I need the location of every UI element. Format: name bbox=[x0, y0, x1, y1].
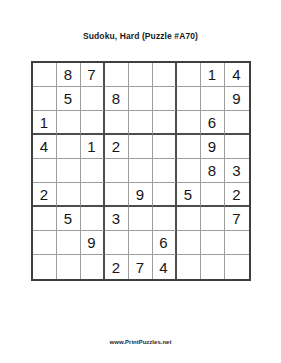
sudoku-cell-empty[interactable] bbox=[129, 231, 153, 255]
sudoku-cell-empty[interactable] bbox=[129, 87, 153, 111]
sudoku-cell-given[interactable]: 2 bbox=[225, 183, 249, 207]
sudoku-cell-given[interactable]: 3 bbox=[225, 159, 249, 183]
sudoku-cell-empty[interactable] bbox=[177, 111, 201, 135]
sudoku-cell-empty[interactable] bbox=[225, 111, 249, 135]
sudoku-cell-empty[interactable] bbox=[57, 159, 81, 183]
sudoku-cell-given[interactable]: 8 bbox=[57, 63, 81, 87]
sudoku-board-container: 871458916412983295253796274 bbox=[31, 61, 251, 281]
sudoku-cell-empty[interactable] bbox=[177, 87, 201, 111]
sudoku-cell-empty[interactable] bbox=[33, 63, 57, 87]
sudoku-cell-given[interactable]: 4 bbox=[33, 135, 57, 159]
sudoku-cell-empty[interactable] bbox=[81, 207, 105, 231]
sudoku-cell-empty[interactable] bbox=[33, 159, 57, 183]
sudoku-cell-given[interactable]: 4 bbox=[225, 63, 249, 87]
sudoku-cell-given[interactable]: 5 bbox=[57, 207, 81, 231]
sudoku-cell-empty[interactable] bbox=[105, 159, 129, 183]
sudoku-cell-empty[interactable] bbox=[201, 183, 225, 207]
sudoku-cell-empty[interactable] bbox=[129, 63, 153, 87]
sudoku-cell-empty[interactable] bbox=[225, 231, 249, 255]
sudoku-cell-empty[interactable] bbox=[153, 183, 177, 207]
sudoku-cell-given[interactable]: 2 bbox=[105, 135, 129, 159]
sudoku-cell-given[interactable]: 6 bbox=[153, 231, 177, 255]
sudoku-cell-given[interactable]: 4 bbox=[153, 255, 177, 279]
sudoku-cell-empty[interactable] bbox=[129, 207, 153, 231]
sudoku-cell-given[interactable]: 8 bbox=[201, 159, 225, 183]
sudoku-cell-given[interactable]: 1 bbox=[81, 135, 105, 159]
sudoku-cell-empty[interactable] bbox=[57, 111, 81, 135]
sudoku-cell-empty[interactable] bbox=[153, 87, 177, 111]
sudoku-cell-given[interactable] bbox=[225, 255, 249, 279]
sudoku-cell-given[interactable]: 1 bbox=[33, 111, 57, 135]
sudoku-cell-given[interactable]: 6 bbox=[201, 111, 225, 135]
sudoku-cell-given[interactable]: 9 bbox=[129, 183, 153, 207]
sudoku-cell-empty[interactable] bbox=[81, 183, 105, 207]
sudoku-cell-given[interactable]: 8 bbox=[105, 87, 129, 111]
sudoku-cell-empty[interactable] bbox=[177, 159, 201, 183]
sudoku-cell-empty[interactable] bbox=[105, 231, 129, 255]
sudoku-cell-empty[interactable] bbox=[153, 135, 177, 159]
sudoku-cell-empty[interactable] bbox=[33, 231, 57, 255]
sudoku-cell-empty[interactable] bbox=[153, 207, 177, 231]
sudoku-cell-given[interactable]: 9 bbox=[225, 87, 249, 111]
sudoku-cell-empty[interactable] bbox=[201, 87, 225, 111]
sudoku-cell-empty[interactable] bbox=[129, 159, 153, 183]
sudoku-cell-empty[interactable] bbox=[129, 111, 153, 135]
sudoku-grid: 871458916412983295253796274 bbox=[31, 61, 251, 281]
sudoku-cell-empty[interactable] bbox=[81, 111, 105, 135]
sudoku-cell-empty[interactable] bbox=[177, 231, 201, 255]
sudoku-cell-empty[interactable] bbox=[57, 135, 81, 159]
sudoku-cell-empty[interactable] bbox=[33, 207, 57, 231]
sudoku-cell-empty[interactable] bbox=[57, 231, 81, 255]
sudoku-cell-empty[interactable] bbox=[57, 255, 81, 279]
sudoku-cell-given[interactable]: 5 bbox=[177, 183, 201, 207]
sudoku-cell-given[interactable]: 2 bbox=[33, 183, 57, 207]
footer-url: www.PrintPuzzles.net bbox=[0, 339, 281, 345]
sudoku-cell-empty[interactable] bbox=[201, 231, 225, 255]
sudoku-cell-given[interactable]: 2 bbox=[105, 255, 129, 279]
sudoku-cell-empty[interactable] bbox=[81, 255, 105, 279]
sudoku-cell-empty[interactable] bbox=[225, 135, 249, 159]
sudoku-cell-empty[interactable] bbox=[177, 63, 201, 87]
sudoku-cell-empty[interactable] bbox=[201, 207, 225, 231]
sudoku-cell-empty[interactable] bbox=[177, 207, 201, 231]
puzzle-page: Sudoku, Hard (Puzzle #A70) 8714589164129… bbox=[0, 0, 281, 363]
sudoku-cell-empty[interactable] bbox=[177, 255, 201, 279]
sudoku-cell-given[interactable]: 5 bbox=[57, 87, 81, 111]
sudoku-cell-empty[interactable] bbox=[129, 135, 153, 159]
sudoku-cell-empty[interactable] bbox=[153, 159, 177, 183]
sudoku-cell-empty[interactable] bbox=[33, 255, 57, 279]
sudoku-cell-empty[interactable] bbox=[105, 183, 129, 207]
puzzle-title: Sudoku, Hard (Puzzle #A70) bbox=[0, 31, 281, 41]
sudoku-cell-empty[interactable] bbox=[81, 159, 105, 183]
sudoku-cell-given[interactable]: 7 bbox=[81, 63, 105, 87]
sudoku-cell-given[interactable]: 7 bbox=[225, 207, 249, 231]
sudoku-cell-empty[interactable] bbox=[201, 255, 225, 279]
sudoku-cell-empty[interactable] bbox=[105, 111, 129, 135]
sudoku-cell-empty[interactable] bbox=[33, 87, 57, 111]
sudoku-cell-empty[interactable] bbox=[57, 183, 81, 207]
sudoku-cell-empty[interactable] bbox=[153, 111, 177, 135]
sudoku-cell-empty[interactable] bbox=[177, 135, 201, 159]
sudoku-cell-given[interactable]: 1 bbox=[201, 63, 225, 87]
sudoku-cell-empty[interactable] bbox=[81, 87, 105, 111]
sudoku-cell-empty[interactable] bbox=[153, 63, 177, 87]
sudoku-cell-given[interactable]: 9 bbox=[201, 135, 225, 159]
sudoku-cell-given[interactable]: 3 bbox=[105, 207, 129, 231]
sudoku-cell-given[interactable]: 9 bbox=[81, 231, 105, 255]
sudoku-cell-empty[interactable] bbox=[105, 63, 129, 87]
sudoku-cell-given[interactable]: 7 bbox=[129, 255, 153, 279]
